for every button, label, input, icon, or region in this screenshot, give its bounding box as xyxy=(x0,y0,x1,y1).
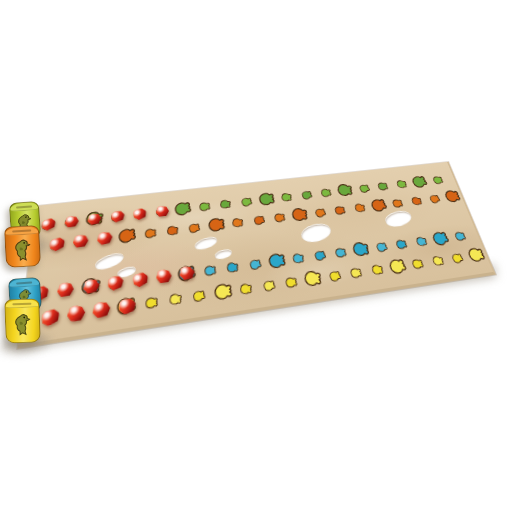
footprint-space xyxy=(466,245,489,265)
footprint-space xyxy=(450,250,466,265)
gem[interactable] xyxy=(93,300,111,318)
footprint-space xyxy=(192,287,208,304)
gem[interactable] xyxy=(40,308,60,327)
dragon-art-icon xyxy=(12,311,33,337)
footprint-space xyxy=(213,281,234,304)
gem[interactable] xyxy=(57,282,74,299)
footprint-space xyxy=(169,292,184,306)
footprint-space xyxy=(145,294,159,310)
dragon-mover-yellow[interactable] xyxy=(4,298,41,343)
gem[interactable] xyxy=(111,210,125,223)
game-board xyxy=(18,162,496,349)
gem[interactable] xyxy=(155,205,168,217)
gem[interactable] xyxy=(108,275,124,291)
gem[interactable] xyxy=(64,215,79,228)
footprint-space xyxy=(386,255,410,278)
footprint-space xyxy=(240,282,253,295)
gem[interactable] xyxy=(73,234,89,249)
footprint-space xyxy=(327,268,343,284)
footprint-space xyxy=(431,254,445,266)
gem[interactable] xyxy=(88,212,102,225)
gem[interactable] xyxy=(40,218,55,231)
gem[interactable] xyxy=(67,304,86,323)
gem[interactable] xyxy=(132,272,148,288)
gem[interactable] xyxy=(49,237,66,252)
footprint-space xyxy=(371,263,385,276)
gem[interactable] xyxy=(156,269,172,285)
footprint-space xyxy=(411,257,426,271)
gem[interactable] xyxy=(180,266,196,282)
footprint-space xyxy=(349,265,364,279)
gem[interactable] xyxy=(118,297,135,315)
track-row-yellow xyxy=(18,162,493,345)
dragon-art-icon xyxy=(12,237,33,262)
gem[interactable] xyxy=(97,231,112,245)
footprint-space xyxy=(304,269,324,288)
gem[interactable] xyxy=(133,207,146,219)
dragon-mover-orange[interactable] xyxy=(4,225,41,268)
gem[interactable] xyxy=(83,278,100,294)
footprint-space xyxy=(284,275,299,290)
photo-stage xyxy=(0,0,510,510)
footprint-space xyxy=(261,277,277,293)
